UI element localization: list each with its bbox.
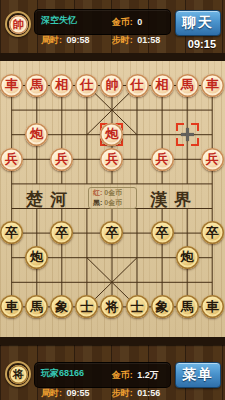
bottom-player-game-time: 局时: 09:55: [41, 382, 112, 400]
piece-black-象[interactable]: 象: [50, 295, 73, 318]
top-player-info-panel: 深空失忆 金币: 0 局时: 09:58 步时: 01:58: [34, 9, 171, 35]
piece-black-炮[interactable]: 炮: [25, 246, 48, 269]
piece-black-馬[interactable]: 馬: [176, 295, 199, 318]
top-player-game-time: 局时: 09:58: [41, 29, 112, 47]
board-grid[interactable]: 車馬相仕帥仕相馬車炮炮兵兵兵兵兵卒卒卒卒卒炮炮車馬象士将士象馬車: [0, 73, 225, 319]
red-general-avatar-icon: 帥: [9, 15, 28, 34]
piece-red-馬[interactable]: 馬: [176, 74, 199, 97]
board-frame-top-studs: [0, 53, 225, 61]
piece-black-士[interactable]: 士: [126, 295, 149, 318]
bottom-player-coins: 金币: 1.2万: [112, 364, 165, 382]
piece-black-士[interactable]: 士: [75, 295, 98, 318]
piece-black-車[interactable]: 車: [201, 295, 224, 318]
top-player-step-time: 步时: 01:58: [112, 29, 165, 47]
bottom-player-step-time: 步时: 01:56: [112, 382, 165, 400]
top-player-avatar[interactable]: 帥: [5, 11, 31, 37]
piece-black-馬[interactable]: 馬: [25, 295, 48, 318]
board-frame-bottom-studs: [0, 337, 225, 345]
piece-black-卒[interactable]: 卒: [100, 221, 123, 244]
piece-red-炮[interactable]: 炮: [25, 123, 48, 146]
top-player-name: 深空失忆: [41, 14, 112, 27]
piece-red-車[interactable]: 車: [0, 74, 23, 97]
xiangqi-app: 帥 深空失忆 金币: 0 局时: 09:58 步时: 01:58 聊天 09:1…: [0, 0, 225, 400]
piece-red-帥[interactable]: 帥: [100, 74, 123, 97]
piece-black-卒[interactable]: 卒: [0, 221, 23, 244]
piece-black-卒[interactable]: 卒: [151, 221, 174, 244]
bottom-player-info-panel: 玩家68166 金币: 1.2万 局时: 09:55 步时: 01:56: [34, 362, 171, 388]
piece-black-炮[interactable]: 炮: [176, 246, 199, 269]
piece-black-象[interactable]: 象: [151, 295, 174, 318]
piece-black-将[interactable]: 将: [100, 295, 123, 318]
piece-red-馬[interactable]: 馬: [25, 74, 48, 97]
piece-black-車[interactable]: 車: [0, 295, 23, 318]
piece-red-相[interactable]: 相: [50, 74, 73, 97]
piece-black-卒[interactable]: 卒: [201, 221, 224, 244]
menu-button[interactable]: 菜单: [175, 362, 221, 388]
piece-red-仕[interactable]: 仕: [75, 74, 98, 97]
piece-red-仕[interactable]: 仕: [126, 74, 149, 97]
piece-red-兵[interactable]: 兵: [201, 148, 224, 171]
piece-red-兵[interactable]: 兵: [151, 148, 174, 171]
piece-red-兵[interactable]: 兵: [50, 148, 73, 171]
piece-red-兵[interactable]: 兵: [100, 148, 123, 171]
top-player-coins: 金币: 0: [112, 11, 165, 29]
bottom-player-avatar[interactable]: 将: [5, 361, 31, 387]
piece-red-兵[interactable]: 兵: [0, 148, 23, 171]
piece-black-卒[interactable]: 卒: [50, 221, 73, 244]
bottom-player-name: 玩家68166: [41, 367, 112, 380]
piece-red-相[interactable]: 相: [151, 74, 174, 97]
piece-red-車[interactable]: 車: [201, 74, 224, 97]
system-clock: 09:15: [188, 38, 216, 50]
chat-button[interactable]: 聊天: [175, 10, 221, 36]
last-move-origin-marker: [176, 123, 199, 146]
black-general-avatar-icon: 将: [9, 365, 28, 384]
